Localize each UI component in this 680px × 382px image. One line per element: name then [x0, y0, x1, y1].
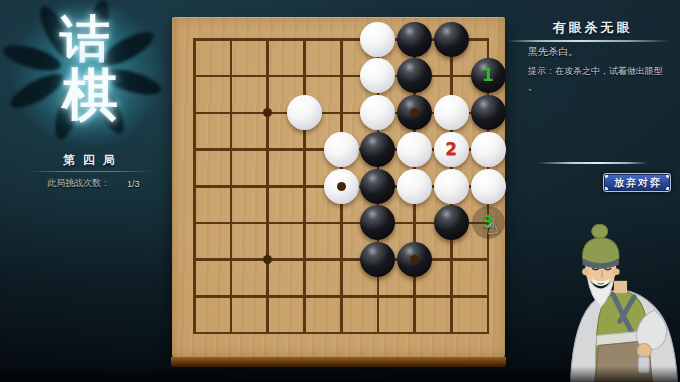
board-cell — [359, 168, 396, 205]
ghost-move-target[interactable]: 3☝ — [470, 204, 507, 241]
stone-black — [471, 95, 506, 130]
board-cell: 2 — [433, 131, 470, 168]
star-point — [263, 255, 272, 264]
round-label: 第四局 — [28, 152, 150, 169]
puzzle-title: 有眼杀无眼 — [505, 19, 680, 37]
board-cell — [396, 131, 433, 168]
board-cell — [359, 94, 396, 131]
stone-black — [360, 132, 395, 167]
board-cell — [433, 94, 470, 131]
hint-text: 提示：在攻杀之中，试着做出眼型。 — [528, 64, 664, 96]
star-point — [410, 255, 419, 264]
stone-white — [324, 132, 359, 167]
attempts-label: 此局挑战次数： — [47, 177, 110, 190]
logo-char: 棋 — [50, 66, 130, 122]
attempts-value: 1/3 — [127, 179, 140, 189]
logo-char: 诘 — [40, 14, 130, 64]
npc-old-man — [566, 208, 680, 382]
ink-petal — [96, 26, 158, 73]
ink-petal — [34, 2, 81, 64]
go-board[interactable]: 123☝ — [172, 17, 505, 357]
ink-petal — [50, 79, 86, 142]
board-cell — [359, 241, 396, 278]
ink-petal — [84, 76, 131, 138]
stone-white — [360, 58, 395, 93]
board-cell — [433, 168, 470, 205]
board-cell — [323, 131, 360, 168]
stone-white — [397, 132, 432, 167]
board-cell — [359, 204, 396, 241]
stone-black — [434, 205, 469, 240]
stone-white — [434, 169, 469, 204]
stone-black — [397, 22, 432, 57]
ink-petal — [100, 64, 163, 100]
move-number: 1 — [482, 67, 494, 84]
title-divider — [507, 40, 677, 42]
puzzle-logo-text: 诘 棋 — [40, 14, 130, 122]
stone-white — [471, 132, 506, 167]
ink-petal — [0, 40, 63, 76]
attempts-row: 此局挑战次数： 1/3 — [47, 177, 157, 190]
ink-petal — [5, 67, 67, 114]
star-point — [263, 108, 272, 117]
board-cell — [286, 94, 323, 131]
board-cell — [396, 21, 433, 58]
puzzle-panel: 有眼杀无眼 黑先杀白。 提示：在攻杀之中，试着做出眼型。 放弃对弈 — [505, 0, 680, 215]
move-number: 2 — [445, 141, 457, 158]
stone-white — [397, 169, 432, 204]
board-cell — [359, 21, 396, 58]
board-cell — [433, 204, 470, 241]
stone-black — [360, 205, 395, 240]
objective-text: 黑先杀白。 — [528, 45, 578, 59]
board-cell: 1 — [470, 57, 507, 94]
star-point — [410, 108, 419, 117]
game-screen: { "game": "go", "left_panel": { "calligr… — [0, 0, 680, 382]
board-cell — [470, 131, 507, 168]
stone-black — [360, 169, 395, 204]
ink-petal — [78, 0, 114, 61]
stone-white — [287, 95, 322, 130]
board-cell — [470, 168, 507, 205]
stone-white — [471, 169, 506, 204]
stone-black: 1 — [471, 58, 506, 93]
board-cell — [433, 21, 470, 58]
stone-black — [434, 22, 469, 57]
stone-black — [360, 242, 395, 277]
stone-white — [434, 95, 469, 130]
board-cell — [396, 57, 433, 94]
star-point — [337, 182, 346, 191]
board-cell — [359, 131, 396, 168]
stone-white — [360, 95, 395, 130]
left-divider — [26, 171, 154, 172]
stone-white — [360, 22, 395, 57]
give-up-button[interactable]: 放弃对弈 — [603, 173, 671, 192]
board-cell — [359, 57, 396, 94]
board-cell — [470, 94, 507, 131]
stone-black — [397, 58, 432, 93]
board-cell — [396, 168, 433, 205]
stone-white: 2 — [434, 132, 469, 167]
hint-divider — [538, 162, 648, 164]
